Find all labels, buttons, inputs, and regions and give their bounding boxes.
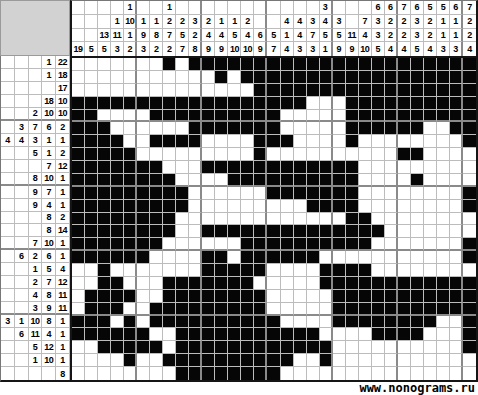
grid-cell-filled[interactable]: [385, 290, 398, 303]
grid-cell-filled[interactable]: [267, 328, 280, 341]
row-clue-cell[interactable]: 4: [1, 134, 15, 147]
grid-cell-empty[interactable]: [320, 290, 333, 303]
grid-cell-filled[interactable]: [320, 341, 333, 354]
col-clue-cell[interactable]: 1: [281, 29, 294, 43]
grid-cell-empty[interactable]: [463, 213, 476, 226]
grid-cell-filled[interactable]: [463, 277, 476, 290]
grid-cell-filled[interactable]: [372, 84, 385, 97]
col-clue-cell[interactable]: 7: [176, 42, 189, 56]
grid-cell-empty[interactable]: [189, 264, 202, 277]
grid-cell-empty[interactable]: [98, 110, 111, 123]
grid-cell-filled[interactable]: [281, 174, 294, 187]
grid-cell-empty[interactable]: [189, 84, 202, 97]
grid-cell-empty[interactable]: [294, 213, 307, 226]
grid-cell-empty[interactable]: [411, 251, 424, 264]
grid-cell-filled[interactable]: [267, 238, 280, 251]
grid-cell-filled[interactable]: [333, 71, 346, 84]
grid-cell-filled[interactable]: [359, 71, 372, 84]
grid-cell-empty[interactable]: [385, 187, 398, 200]
grid-cell-filled[interactable]: [72, 110, 85, 123]
grid-cell-empty[interactable]: [346, 341, 359, 354]
col-clue-cell[interactable]: 3: [307, 42, 320, 56]
grid-cell-filled[interactable]: [398, 303, 411, 316]
grid-cell-empty[interactable]: [228, 251, 241, 264]
grid-cell-empty[interactable]: [424, 354, 437, 367]
grid-cell-filled[interactable]: [111, 328, 124, 341]
grid-cell-filled[interactable]: [411, 316, 424, 329]
grid-cell-filled[interactable]: [450, 84, 463, 97]
grid-cell-filled[interactable]: [85, 251, 98, 264]
grid-cell-filled[interactable]: [124, 328, 137, 341]
grid-cell-filled[interactable]: [294, 225, 307, 238]
grid-cell-filled[interactable]: [359, 225, 372, 238]
grid-cell-empty[interactable]: [267, 213, 280, 226]
grid-cell-empty[interactable]: [176, 225, 189, 238]
grid-cell-filled[interactable]: [215, 264, 228, 277]
grid-cell-filled[interactable]: [85, 174, 98, 187]
grid-cell-empty[interactable]: [437, 251, 450, 264]
grid-cell-empty[interactable]: [320, 316, 333, 329]
grid-cell-filled[interactable]: [176, 110, 189, 123]
grid-cell-filled[interactable]: [176, 367, 189, 380]
grid-cell-filled[interactable]: [267, 135, 280, 148]
grid-cell-filled[interactable]: [267, 341, 280, 354]
grid-cell-filled[interactable]: [267, 161, 280, 174]
grid-cell-empty[interactable]: [215, 187, 228, 200]
grid-cell-filled[interactable]: [215, 303, 228, 316]
grid-cell-empty[interactable]: [85, 264, 98, 277]
col-clue-cell[interactable]: 9: [137, 29, 150, 43]
row-clue-cell[interactable]: 7: [29, 121, 43, 134]
grid-cell-empty[interactable]: [320, 303, 333, 316]
grid-cell-empty[interactable]: [150, 58, 163, 71]
col-clue-cell[interactable]: 1: [163, 1, 176, 15]
grid-cell-filled[interactable]: [463, 58, 476, 71]
grid-cell-filled[interactable]: [150, 174, 163, 187]
grid-cell-empty[interactable]: [359, 354, 372, 367]
row-clue-cell[interactable]: 1: [56, 354, 70, 367]
grid-cell-empty[interactable]: [424, 122, 437, 135]
grid-cell-filled[interactable]: [307, 328, 320, 341]
grid-cell-filled[interactable]: [241, 174, 254, 187]
grid-cell-filled[interactable]: [398, 71, 411, 84]
grid-cell-empty[interactable]: [463, 148, 476, 161]
grid-cell-filled[interactable]: [307, 58, 320, 71]
grid-cell-filled[interactable]: [424, 71, 437, 84]
grid-cell-filled[interactable]: [163, 213, 176, 226]
col-clue-cell[interactable]: 4: [463, 42, 476, 56]
grid-cell-empty[interactable]: [411, 135, 424, 148]
grid-cell-filled[interactable]: [281, 341, 294, 354]
grid-cell-filled[interactable]: [189, 354, 202, 367]
grid-cell-filled[interactable]: [189, 303, 202, 316]
grid-cell-empty[interactable]: [72, 303, 85, 316]
row-clue-cell[interactable]: 1: [29, 263, 43, 276]
row-clue-cell[interactable]: 7: [42, 186, 56, 199]
grid-cell-filled[interactable]: [307, 225, 320, 238]
grid-cell-filled[interactable]: [150, 135, 163, 148]
grid-cell-filled[interactable]: [372, 303, 385, 316]
row-clue-cell[interactable]: 14: [56, 224, 70, 237]
grid-cell-filled[interactable]: [437, 290, 450, 303]
grid-cell-empty[interactable]: [424, 251, 437, 264]
grid-cell-empty[interactable]: [424, 161, 437, 174]
grid-cell-filled[interactable]: [333, 200, 346, 213]
grid-cell-empty[interactable]: [398, 251, 411, 264]
grid-cell-empty[interactable]: [411, 238, 424, 251]
grid-cell-empty[interactable]: [398, 213, 411, 226]
grid-cell-empty[interactable]: [150, 264, 163, 277]
grid-cell-filled[interactable]: [463, 328, 476, 341]
grid-cell-filled[interactable]: [202, 251, 215, 264]
row-clue-cell[interactable]: 4: [56, 263, 70, 276]
grid-cell-filled[interactable]: [359, 213, 372, 226]
grid-cell-filled[interactable]: [463, 303, 476, 316]
grid-cell-filled[interactable]: [111, 200, 124, 213]
grid-cell-filled[interactable]: [267, 110, 280, 123]
grid-cell-filled[interactable]: [281, 187, 294, 200]
grid-cell-empty[interactable]: [398, 264, 411, 277]
grid-cell-empty[interactable]: [281, 200, 294, 213]
grid-cell-filled[interactable]: [163, 135, 176, 148]
grid-cell-filled[interactable]: [137, 200, 150, 213]
grid-cell-filled[interactable]: [346, 290, 359, 303]
grid-cell-filled[interactable]: [176, 341, 189, 354]
grid-cell-filled[interactable]: [111, 238, 124, 251]
grid-cell-filled[interactable]: [215, 97, 228, 110]
grid-cell-filled[interactable]: [307, 161, 320, 174]
grid-cell-filled[interactable]: [385, 110, 398, 123]
grid-cell-filled[interactable]: [215, 71, 228, 84]
grid-cell-empty[interactable]: [437, 122, 450, 135]
row-clue-cell[interactable]: 3: [29, 302, 43, 315]
grid-cell-filled[interactable]: [359, 238, 372, 251]
grid-cell-filled[interactable]: [176, 97, 189, 110]
grid-cell-empty[interactable]: [202, 135, 215, 148]
grid-cell-filled[interactable]: [346, 174, 359, 187]
grid-cell-empty[interactable]: [372, 148, 385, 161]
grid-cell-filled[interactable]: [346, 200, 359, 213]
grid-cell-filled[interactable]: [281, 71, 294, 84]
col-clue-cell[interactable]: 4: [424, 42, 437, 56]
grid-cell-empty[interactable]: [385, 251, 398, 264]
grid-cell-empty[interactable]: [189, 148, 202, 161]
grid-cell-empty[interactable]: [281, 110, 294, 123]
grid-cell-filled[interactable]: [346, 316, 359, 329]
grid-cell-empty[interactable]: [137, 58, 150, 71]
grid-cell-filled[interactable]: [254, 303, 267, 316]
grid-cell-filled[interactable]: [228, 264, 241, 277]
grid-cell-filled[interactable]: [411, 122, 424, 135]
grid-cell-filled[interactable]: [111, 187, 124, 200]
grid-cell-filled[interactable]: [320, 277, 333, 290]
grid-cell-empty[interactable]: [307, 367, 320, 380]
grid-cell-filled[interactable]: [398, 328, 411, 341]
grid-cell-empty[interactable]: [450, 316, 463, 329]
grid-cell-empty[interactable]: [372, 341, 385, 354]
row-clue-cell[interactable]: 8: [29, 173, 43, 186]
grid-cell-filled[interactable]: [98, 251, 111, 264]
grid-cell-filled[interactable]: [294, 161, 307, 174]
col-clue-cell[interactable]: 3: [411, 15, 424, 29]
grid-cell-empty[interactable]: [411, 367, 424, 380]
grid-cell-empty[interactable]: [163, 367, 176, 380]
grid-cell-filled[interactable]: [463, 122, 476, 135]
grid-cell-empty[interactable]: [307, 264, 320, 277]
grid-cell-filled[interactable]: [85, 122, 98, 135]
grid-cell-filled[interactable]: [215, 290, 228, 303]
grid-cell-empty[interactable]: [163, 238, 176, 251]
grid-cell-filled[interactable]: [241, 354, 254, 367]
grid-cell-filled[interactable]: [320, 225, 333, 238]
grid-cell-empty[interactable]: [176, 58, 189, 71]
grid-cell-filled[interactable]: [176, 354, 189, 367]
grid-cell-empty[interactable]: [320, 328, 333, 341]
grid-cell-filled[interactable]: [72, 238, 85, 251]
grid-cell-filled[interactable]: [281, 161, 294, 174]
grid-cell-empty[interactable]: [72, 290, 85, 303]
col-clue-cell[interactable]: 5: [98, 42, 111, 56]
grid-cell-filled[interactable]: [137, 328, 150, 341]
grid-cell-filled[interactable]: [111, 225, 124, 238]
grid-cell-filled[interactable]: [176, 187, 189, 200]
grid-cell-filled[interactable]: [398, 122, 411, 135]
grid-cell-empty[interactable]: [163, 251, 176, 264]
grid-cell-empty[interactable]: [372, 238, 385, 251]
grid-cell-filled[interactable]: [320, 174, 333, 187]
grid-cell-empty[interactable]: [176, 251, 189, 264]
grid-cell-filled[interactable]: [450, 303, 463, 316]
grid-cell-filled[interactable]: [359, 122, 372, 135]
grid-cell-filled[interactable]: [189, 97, 202, 110]
grid-cell-filled[interactable]: [294, 84, 307, 97]
grid-cell-filled[interactable]: [385, 58, 398, 71]
grid-cell-filled[interactable]: [137, 97, 150, 110]
grid-cell-filled[interactable]: [98, 238, 111, 251]
grid-cell-filled[interactable]: [307, 238, 320, 251]
row-clue-cell[interactable]: 10: [56, 95, 70, 108]
grid-cell-filled[interactable]: [437, 110, 450, 123]
grid-cell-filled[interactable]: [202, 110, 215, 123]
grid-cell-empty[interactable]: [72, 71, 85, 84]
grid-cell-filled[interactable]: [333, 316, 346, 329]
grid-cell-empty[interactable]: [346, 354, 359, 367]
grid-cell-filled[interactable]: [333, 290, 346, 303]
grid-cell-empty[interactable]: [450, 238, 463, 251]
grid-cell-filled[interactable]: [463, 97, 476, 110]
grid-cell-filled[interactable]: [202, 354, 215, 367]
row-clue-cell[interactable]: 4: [15, 134, 29, 147]
grid-cell-filled[interactable]: [215, 341, 228, 354]
grid-cell-empty[interactable]: [72, 264, 85, 277]
col-clue-cell[interactable]: 2: [202, 15, 215, 29]
row-clue-cell[interactable]: 9: [29, 199, 43, 212]
grid-cell-filled[interactable]: [450, 97, 463, 110]
grid-cell-empty[interactable]: [294, 290, 307, 303]
grid-cell-empty[interactable]: [424, 213, 437, 226]
grid-cell-filled[interactable]: [189, 367, 202, 380]
grid-cell-empty[interactable]: [333, 97, 346, 110]
grid-cell-filled[interactable]: [215, 316, 228, 329]
grid-cell-empty[interactable]: [85, 341, 98, 354]
grid-cell-empty[interactable]: [333, 148, 346, 161]
grid-cell-empty[interactable]: [372, 213, 385, 226]
grid-cell-empty[interactable]: [359, 135, 372, 148]
grid-cell-filled[interactable]: [202, 122, 215, 135]
grid-cell-filled[interactable]: [189, 328, 202, 341]
grid-cell-filled[interactable]: [150, 187, 163, 200]
grid-cell-filled[interactable]: [124, 225, 137, 238]
grid-cell-filled[interactable]: [307, 200, 320, 213]
grid-cell-empty[interactable]: [124, 58, 137, 71]
grid-cell-empty[interactable]: [215, 213, 228, 226]
grid-cell-filled[interactable]: [254, 367, 267, 380]
row-clue-cell[interactable]: 1: [42, 147, 56, 160]
grid-cell-filled[interactable]: [437, 58, 450, 71]
grid-cell-empty[interactable]: [385, 264, 398, 277]
grid-cell-empty[interactable]: [150, 277, 163, 290]
grid-cell-filled[interactable]: [202, 277, 215, 290]
grid-cell-filled[interactable]: [85, 213, 98, 226]
grid-cell-empty[interactable]: [463, 174, 476, 187]
row-clue-cell[interactable]: 1: [15, 315, 29, 328]
grid-cell-filled[interactable]: [215, 161, 228, 174]
grid-cell-empty[interactable]: [137, 354, 150, 367]
grid-cell-filled[interactable]: [228, 290, 241, 303]
grid-cell-empty[interactable]: [411, 187, 424, 200]
grid-cell-filled[interactable]: [307, 71, 320, 84]
col-clue-cell[interactable]: 2: [176, 15, 189, 29]
grid-cell-empty[interactable]: [307, 316, 320, 329]
grid-cell-filled[interactable]: [163, 225, 176, 238]
grid-cell-filled[interactable]: [320, 84, 333, 97]
grid-cell-filled[interactable]: [359, 110, 372, 123]
grid-cell-filled[interactable]: [294, 71, 307, 84]
grid-cell-filled[interactable]: [111, 148, 124, 161]
grid-cell-filled[interactable]: [254, 71, 267, 84]
row-clue-cell[interactable]: 7: [29, 237, 43, 250]
grid-cell-filled[interactable]: [124, 213, 137, 226]
col-clue-cell[interactable]: 2: [385, 15, 398, 29]
row-clue-cell[interactable]: 8: [42, 289, 56, 302]
grid-cell-filled[interactable]: [111, 135, 124, 148]
col-clue-cell[interactable]: 3: [137, 42, 150, 56]
grid-cell-filled[interactable]: [202, 264, 215, 277]
col-clue-cell[interactable]: 9: [333, 42, 346, 56]
grid-cell-filled[interactable]: [137, 341, 150, 354]
grid-cell-empty[interactable]: [398, 341, 411, 354]
grid-cell-filled[interactable]: [176, 200, 189, 213]
col-clue-cell[interactable]: 1: [124, 29, 137, 43]
grid-cell-empty[interactable]: [267, 148, 280, 161]
grid-cell-filled[interactable]: [241, 225, 254, 238]
grid-cell-filled[interactable]: [228, 122, 241, 135]
row-clue-cell[interactable]: 11: [29, 328, 43, 341]
grid-cell-empty[interactable]: [241, 187, 254, 200]
grid-cell-empty[interactable]: [450, 341, 463, 354]
grid-cell-filled[interactable]: [424, 316, 437, 329]
grid-cell-filled[interactable]: [98, 290, 111, 303]
grid-cell-empty[interactable]: [202, 238, 215, 251]
grid-cell-filled[interactable]: [176, 135, 189, 148]
grid-cell-filled[interactable]: [241, 161, 254, 174]
grid-cell-empty[interactable]: [424, 200, 437, 213]
grid-cell-filled[interactable]: [424, 84, 437, 97]
grid-cell-empty[interactable]: [294, 264, 307, 277]
grid-cell-empty[interactable]: [450, 367, 463, 380]
grid-cell-empty[interactable]: [98, 58, 111, 71]
col-clue-cell[interactable]: 7: [359, 15, 372, 29]
grid-cell-empty[interactable]: [202, 174, 215, 187]
grid-cell-filled[interactable]: [424, 97, 437, 110]
grid-cell-filled[interactable]: [294, 251, 307, 264]
grid-cell-filled[interactable]: [111, 290, 124, 303]
grid-cell-empty[interactable]: [137, 367, 150, 380]
grid-cell-empty[interactable]: [215, 174, 228, 187]
grid-cell-empty[interactable]: [137, 122, 150, 135]
grid-cell-filled[interactable]: [267, 58, 280, 71]
row-clue-cell[interactable]: 10: [29, 315, 43, 328]
row-clue-cell[interactable]: 8: [56, 367, 70, 380]
grid-cell-empty[interactable]: [294, 367, 307, 380]
grid-cell-empty[interactable]: [372, 251, 385, 264]
grid-cell-empty[interactable]: [228, 200, 241, 213]
grid-cell-empty[interactable]: [424, 135, 437, 148]
col-clue-cell[interactable]: 13: [98, 29, 111, 43]
grid-cell-empty[interactable]: [450, 148, 463, 161]
grid-cell-filled[interactable]: [359, 58, 372, 71]
grid-cell-filled[interactable]: [241, 290, 254, 303]
grid-cell-empty[interactable]: [189, 161, 202, 174]
grid-cell-empty[interactable]: [111, 264, 124, 277]
grid-cell-empty[interactable]: [450, 200, 463, 213]
grid-cell-filled[interactable]: [398, 58, 411, 71]
grid-cell-filled[interactable]: [333, 264, 346, 277]
grid-cell-filled[interactable]: [372, 110, 385, 123]
grid-cell-empty[interactable]: [307, 277, 320, 290]
grid-cell-filled[interactable]: [137, 238, 150, 251]
grid-cell-filled[interactable]: [241, 110, 254, 123]
grid-cell-filled[interactable]: [241, 122, 254, 135]
grid-cell-empty[interactable]: [85, 354, 98, 367]
grid-cell-filled[interactable]: [98, 135, 111, 148]
grid-cell-filled[interactable]: [215, 110, 228, 123]
grid-cell-empty[interactable]: [215, 84, 228, 97]
col-clue-cell[interactable]: 1: [450, 15, 463, 29]
grid-cell-empty[interactable]: [189, 225, 202, 238]
col-clue-cell[interactable]: 1: [215, 15, 228, 29]
grid-cell-empty[interactable]: [72, 277, 85, 290]
grid-cell-filled[interactable]: [72, 97, 85, 110]
grid-cell-filled[interactable]: [385, 277, 398, 290]
grid-cell-empty[interactable]: [124, 110, 137, 123]
grid-cell-filled[interactable]: [111, 161, 124, 174]
grid-cell-filled[interactable]: [398, 97, 411, 110]
grid-cell-empty[interactable]: [111, 354, 124, 367]
grid-cell-empty[interactable]: [333, 135, 346, 148]
grid-cell-filled[interactable]: [281, 238, 294, 251]
grid-cell-filled[interactable]: [241, 341, 254, 354]
grid-cell-filled[interactable]: [398, 290, 411, 303]
col-clue-cell[interactable]: 1: [320, 42, 333, 56]
grid-cell-empty[interactable]: [228, 213, 241, 226]
grid-cell-filled[interactable]: [411, 277, 424, 290]
grid-cell-filled[interactable]: [267, 174, 280, 187]
row-clue-cell[interactable]: 18: [42, 95, 56, 108]
grid-cell-filled[interactable]: [307, 251, 320, 264]
col-clue-cell[interactable]: 6: [385, 1, 398, 15]
grid-cell-empty[interactable]: [176, 213, 189, 226]
